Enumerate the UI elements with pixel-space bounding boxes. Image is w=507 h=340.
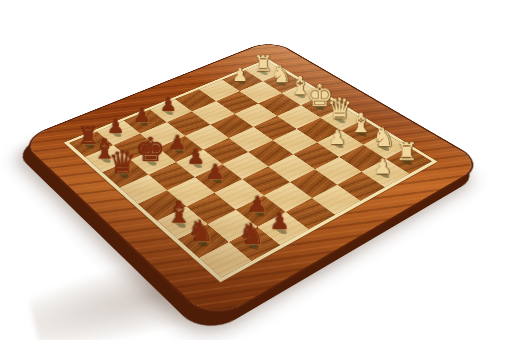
- felt-base-shadow: [192, 236, 209, 249]
- felt-base-shadow: [249, 206, 266, 218]
- felt-base-shadow: [82, 140, 96, 150]
- felt-base-shadow: [162, 107, 176, 116]
- board-inner-border: ♜♞♝♚♛♝♞♜♟♟♟♟♟♟♟♟♟♟♟♚♞♜♝♛♝♞: [64, 59, 438, 282]
- square-a1: ♜: [385, 147, 431, 174]
- chess-board-grid: ♜♞♝♚♛♝♞♜♟♟♟♟♟♟♟♟♟♟♟♚♞♜♝♛♝♞: [69, 61, 431, 277]
- chess-set-photo: ♜♞♝♚♛♝♞♜♟♟♟♟♟♟♟♟♟♟♟♚♞♜♝♛♝♞: [0, 0, 507, 340]
- felt-base-shadow: [234, 78, 248, 86]
- square-g8: ♝: [85, 145, 130, 172]
- felt-base-shadow: [243, 239, 261, 252]
- felt-base-shadow: [115, 169, 130, 179]
- felt-base-shadow: [274, 79, 288, 87]
- square-d8: [138, 190, 187, 221]
- felt-base-shadow: [375, 142, 391, 152]
- square-b1: ♞: [363, 133, 408, 159]
- felt-base-shadow: [171, 218, 188, 230]
- felt-base-shadow: [272, 223, 289, 235]
- felt-base-shadow: [293, 91, 307, 99]
- felt-base-shadow: [208, 174, 224, 185]
- felt-base-shadow: [375, 169, 392, 179]
- rosewood-rook-h8: ♜: [78, 124, 99, 148]
- rosewood-pawn-h6: ♟: [134, 106, 151, 125]
- boxwood-rook-a1: ♜: [395, 140, 417, 164]
- boxwood-pawn-h2: ♟: [232, 66, 248, 84]
- felt-base-shadow: [109, 129, 123, 138]
- felt-base-shadow: [98, 155, 113, 165]
- felt-base-shadow: [312, 103, 327, 111]
- felt-base-shadow: [256, 68, 270, 75]
- felt-base-shadow: [332, 116, 347, 125]
- felt-base-shadow: [143, 157, 158, 167]
- felt-base-shadow: [398, 156, 415, 166]
- felt-base-shadow: [330, 140, 346, 150]
- square-a8: [199, 242, 252, 278]
- felt-base-shadow: [136, 118, 150, 127]
- felt-base-shadow: [189, 159, 204, 169]
- square-a5: [285, 198, 335, 230]
- felt-base-shadow: [170, 145, 185, 155]
- boxwood-pawn-a2: ♟: [374, 156, 393, 177]
- square-d4: [248, 140, 293, 166]
- felt-base-shadow: [353, 129, 369, 138]
